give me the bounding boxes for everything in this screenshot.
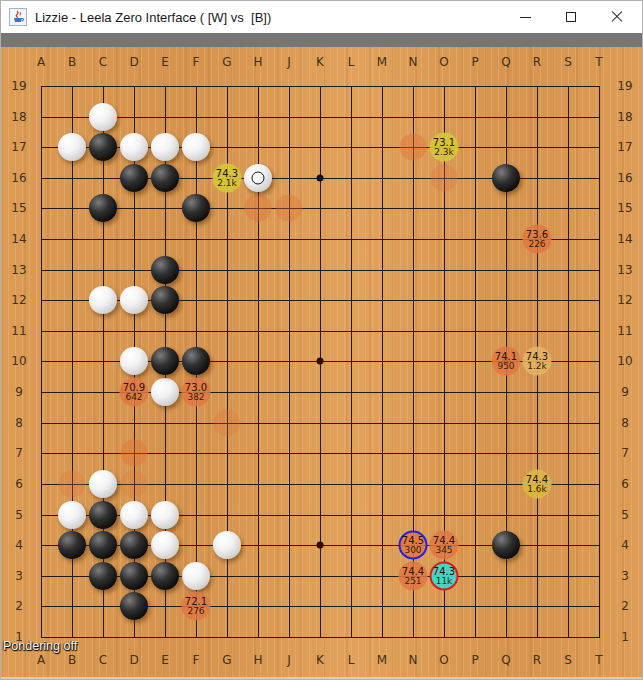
black-stone-e10[interactable] — [151, 347, 179, 375]
coord-label-top: F — [193, 55, 200, 69]
coord-label-bottom: L — [348, 653, 355, 667]
grid-line-horizontal — [41, 637, 600, 638]
coord-label-top: Q — [501, 55, 510, 69]
coord-label-right: 2 — [621, 599, 629, 613]
black-stone-e16[interactable] — [151, 164, 179, 192]
white-stone-e9[interactable] — [151, 378, 179, 406]
candidate-visits: 2.3k — [434, 147, 454, 157]
maximize-icon — [566, 12, 576, 22]
black-stone-c5[interactable] — [89, 501, 117, 529]
coord-label-right: 16 — [617, 171, 632, 185]
coord-label-top: R — [533, 55, 541, 69]
coord-label-right: 6 — [621, 477, 629, 491]
coord-label-right: 5 — [621, 508, 629, 522]
coord-label-right: 12 — [617, 293, 632, 307]
grid-line-vertical — [475, 86, 476, 638]
coord-label-right: 13 — [617, 263, 632, 277]
last-move-marker — [252, 171, 265, 184]
window-title: Lizzie - Leela Zero Interface ( [W] vs [… — [35, 10, 271, 25]
coord-label-right: 9 — [621, 385, 629, 399]
coord-label-bottom: J — [287, 653, 291, 667]
coord-label-bottom: E — [161, 653, 169, 667]
grid-line-horizontal — [41, 423, 600, 424]
coord-label-right: 10 — [617, 354, 632, 368]
coord-label-left: 4 — [15, 538, 23, 552]
coord-label-top: A — [37, 55, 45, 69]
white-stone-b5[interactable] — [58, 501, 86, 529]
pondering-status: Pondering off — [3, 639, 77, 653]
coord-label-right: 8 — [621, 416, 629, 430]
coord-label-bottom: Q — [501, 653, 510, 667]
coord-label-left: 11 — [11, 324, 26, 338]
grid-line-vertical — [599, 86, 600, 638]
coord-label-left: 6 — [15, 477, 23, 491]
candidate-visits: 251 — [404, 576, 421, 586]
coord-label-left: 19 — [11, 79, 26, 93]
coord-label-left: 9 — [15, 385, 23, 399]
candidate-visits: 276 — [187, 607, 204, 617]
white-stone-g4[interactable] — [213, 531, 241, 559]
maximize-button[interactable] — [548, 1, 594, 33]
white-stone-e17[interactable] — [151, 133, 179, 161]
coord-label-bottom: S — [564, 653, 572, 667]
coord-label-left: 16 — [11, 171, 26, 185]
coord-label-top: G — [222, 55, 231, 69]
coord-label-top: J — [287, 55, 291, 69]
coord-label-left: 10 — [11, 354, 26, 368]
candidate-visits: 382 — [187, 392, 204, 402]
coord-label-left: 2 — [15, 599, 23, 613]
minimize-icon — [520, 17, 531, 18]
coord-label-bottom: G — [222, 653, 231, 667]
black-stone-b4[interactable] — [58, 531, 86, 559]
candidate-move-r14[interactable]: 73.6226 — [523, 225, 552, 254]
coord-label-left: 12 — [11, 293, 26, 307]
candidate-move-f9[interactable]: 73.0382 — [182, 378, 211, 407]
coord-label-right: 15 — [617, 201, 632, 215]
candidate-move-r10[interactable]: 74.31.2k — [523, 347, 552, 376]
coord-label-left: 18 — [11, 110, 26, 124]
coord-label-top: M — [377, 55, 387, 69]
coord-label-left: 3 — [15, 569, 23, 583]
black-stone-d2[interactable] — [120, 592, 148, 620]
coord-label-right: 14 — [617, 232, 632, 246]
white-stone-e5[interactable] — [151, 501, 179, 529]
star-point-k10 — [317, 358, 324, 365]
white-stone-d12[interactable] — [120, 286, 148, 314]
candidate-visits: 2.1k — [217, 178, 237, 188]
white-stone-e4[interactable] — [151, 531, 179, 559]
coord-label-left: 5 — [15, 508, 23, 522]
white-stone-d5[interactable] — [120, 501, 148, 529]
black-stone-q4[interactable] — [492, 531, 520, 559]
ghost-candidate-b6 — [59, 470, 86, 497]
go-board[interactable]: Pondering off AABBCCDDEEFFGGHHJJKKLLMMNN… — [1, 47, 642, 677]
coord-label-top: H — [253, 55, 262, 69]
coord-label-left: 14 — [11, 232, 26, 246]
candidate-move-q10[interactable]: 74.1950 — [492, 347, 521, 376]
white-stone-c12[interactable] — [89, 286, 117, 314]
coord-label-bottom: T — [595, 653, 602, 667]
coord-label-top: B — [68, 55, 76, 69]
coord-label-left: 13 — [11, 263, 26, 277]
black-stone-e12[interactable] — [151, 286, 179, 314]
candidate-move-f2[interactable]: 72.1276 — [182, 592, 211, 621]
java-app-icon — [9, 8, 27, 26]
black-stone-f10[interactable] — [182, 347, 210, 375]
black-stone-d4[interactable] — [120, 531, 148, 559]
black-stone-q16[interactable] — [492, 164, 520, 192]
candidate-move-o3[interactable]: 74.311k — [430, 561, 459, 590]
candidate-move-n4[interactable]: 74.5300 — [399, 531, 428, 560]
coord-label-top: K — [316, 55, 324, 69]
white-stone-c6[interactable] — [89, 470, 117, 498]
candidate-move-n3[interactable]: 74.4251 — [399, 561, 428, 590]
coord-label-bottom: B — [68, 653, 76, 667]
candidate-move-r6[interactable]: 74.41.6k — [523, 469, 552, 498]
black-stone-f15[interactable] — [182, 194, 210, 222]
white-stone-h16[interactable] — [244, 164, 272, 192]
candidate-visits: 1.6k — [527, 484, 547, 494]
black-stone-d16[interactable] — [120, 164, 148, 192]
grid-line-vertical — [568, 86, 569, 638]
coord-label-right: 7 — [621, 446, 629, 460]
star-point-k4 — [317, 542, 324, 549]
black-stone-c3[interactable] — [89, 562, 117, 590]
coord-label-bottom: C — [99, 653, 107, 667]
candidate-visits: 950 — [497, 362, 514, 372]
candidate-move-g16[interactable]: 74.32.1k — [213, 163, 242, 192]
coord-label-bottom: A — [37, 653, 45, 667]
white-stone-d17[interactable] — [120, 133, 148, 161]
white-stone-d10[interactable] — [120, 347, 148, 375]
candidate-visits: 1.2k — [527, 362, 547, 372]
candidate-visits: 300 — [404, 545, 421, 555]
star-point-k16 — [317, 174, 324, 181]
white-stone-c18[interactable] — [89, 103, 117, 131]
coord-label-left: 17 — [11, 140, 26, 154]
coord-label-right: 18 — [617, 110, 632, 124]
window-inner-border — [1, 33, 642, 47]
coord-label-bottom: N — [409, 653, 418, 667]
ghost-candidate-n17 — [400, 134, 427, 161]
window-controls — [502, 1, 640, 33]
coord-label-top: L — [348, 55, 355, 69]
coord-label-bottom: P — [471, 653, 478, 667]
black-stone-c4[interactable] — [89, 531, 117, 559]
coord-label-right: 1 — [621, 630, 629, 644]
candidate-move-o17[interactable]: 73.12.3k — [430, 133, 459, 162]
ghost-candidate-g8 — [214, 409, 241, 436]
coord-label-right: 17 — [617, 140, 632, 154]
ghost-candidate-d6 — [121, 470, 148, 497]
coord-label-bottom: D — [129, 653, 138, 667]
coord-label-bottom: O — [439, 653, 448, 667]
black-stone-e13[interactable] — [151, 256, 179, 284]
coord-label-top: C — [99, 55, 107, 69]
coord-label-left: 7 — [15, 446, 23, 460]
candidate-move-d9[interactable]: 70.9642 — [120, 378, 149, 407]
grid-line-vertical — [351, 86, 352, 638]
coord-label-top: O — [439, 55, 448, 69]
candidate-visits: 226 — [528, 239, 545, 249]
ghost-candidate-h15 — [245, 195, 272, 222]
coord-label-right: 4 — [621, 538, 629, 552]
coord-label-top: E — [161, 55, 169, 69]
black-stone-e3[interactable] — [151, 562, 179, 590]
coord-label-right: 19 — [617, 79, 632, 93]
coord-label-right: 3 — [621, 569, 629, 583]
black-stone-d3[interactable] — [120, 562, 148, 590]
grid-line-vertical — [382, 86, 383, 638]
coord-label-top: P — [471, 55, 478, 69]
coord-label-top: T — [595, 55, 602, 69]
title-bar[interactable]: Lizzie - Leela Zero Interface ( [W] vs [… — [1, 1, 642, 33]
ghost-candidate-d7 — [121, 440, 148, 467]
minimize-button[interactable] — [502, 1, 548, 33]
black-stone-c17[interactable] — [89, 133, 117, 161]
candidate-visits: 642 — [125, 392, 142, 402]
white-stone-b17[interactable] — [58, 133, 86, 161]
close-icon — [611, 11, 623, 23]
white-stone-f17[interactable] — [182, 133, 210, 161]
black-stone-c15[interactable] — [89, 194, 117, 222]
white-stone-f3[interactable] — [182, 562, 210, 590]
lizzie-window: Lizzie - Leela Zero Interface ( [W] vs [… — [0, 0, 643, 680]
candidate-visits: 11k — [436, 576, 453, 586]
candidate-move-o4[interactable]: 74.4345 — [430, 531, 459, 560]
coord-label-bottom: R — [533, 653, 541, 667]
coord-label-bottom: F — [193, 653, 200, 667]
coord-label-top: D — [129, 55, 138, 69]
candidate-visits: 345 — [435, 545, 452, 555]
coord-label-bottom: M — [377, 653, 387, 667]
coord-label-left: 15 — [11, 201, 26, 215]
coord-label-bottom: H — [253, 653, 262, 667]
coord-label-right: 11 — [617, 324, 632, 338]
coord-label-left: 8 — [15, 416, 23, 430]
ghost-candidate-o16 — [431, 164, 458, 191]
coord-label-top: N — [409, 55, 418, 69]
coord-label-top: S — [564, 55, 572, 69]
close-button[interactable] — [594, 1, 640, 33]
ghost-candidate-j15 — [276, 195, 303, 222]
coord-label-bottom: K — [316, 653, 324, 667]
